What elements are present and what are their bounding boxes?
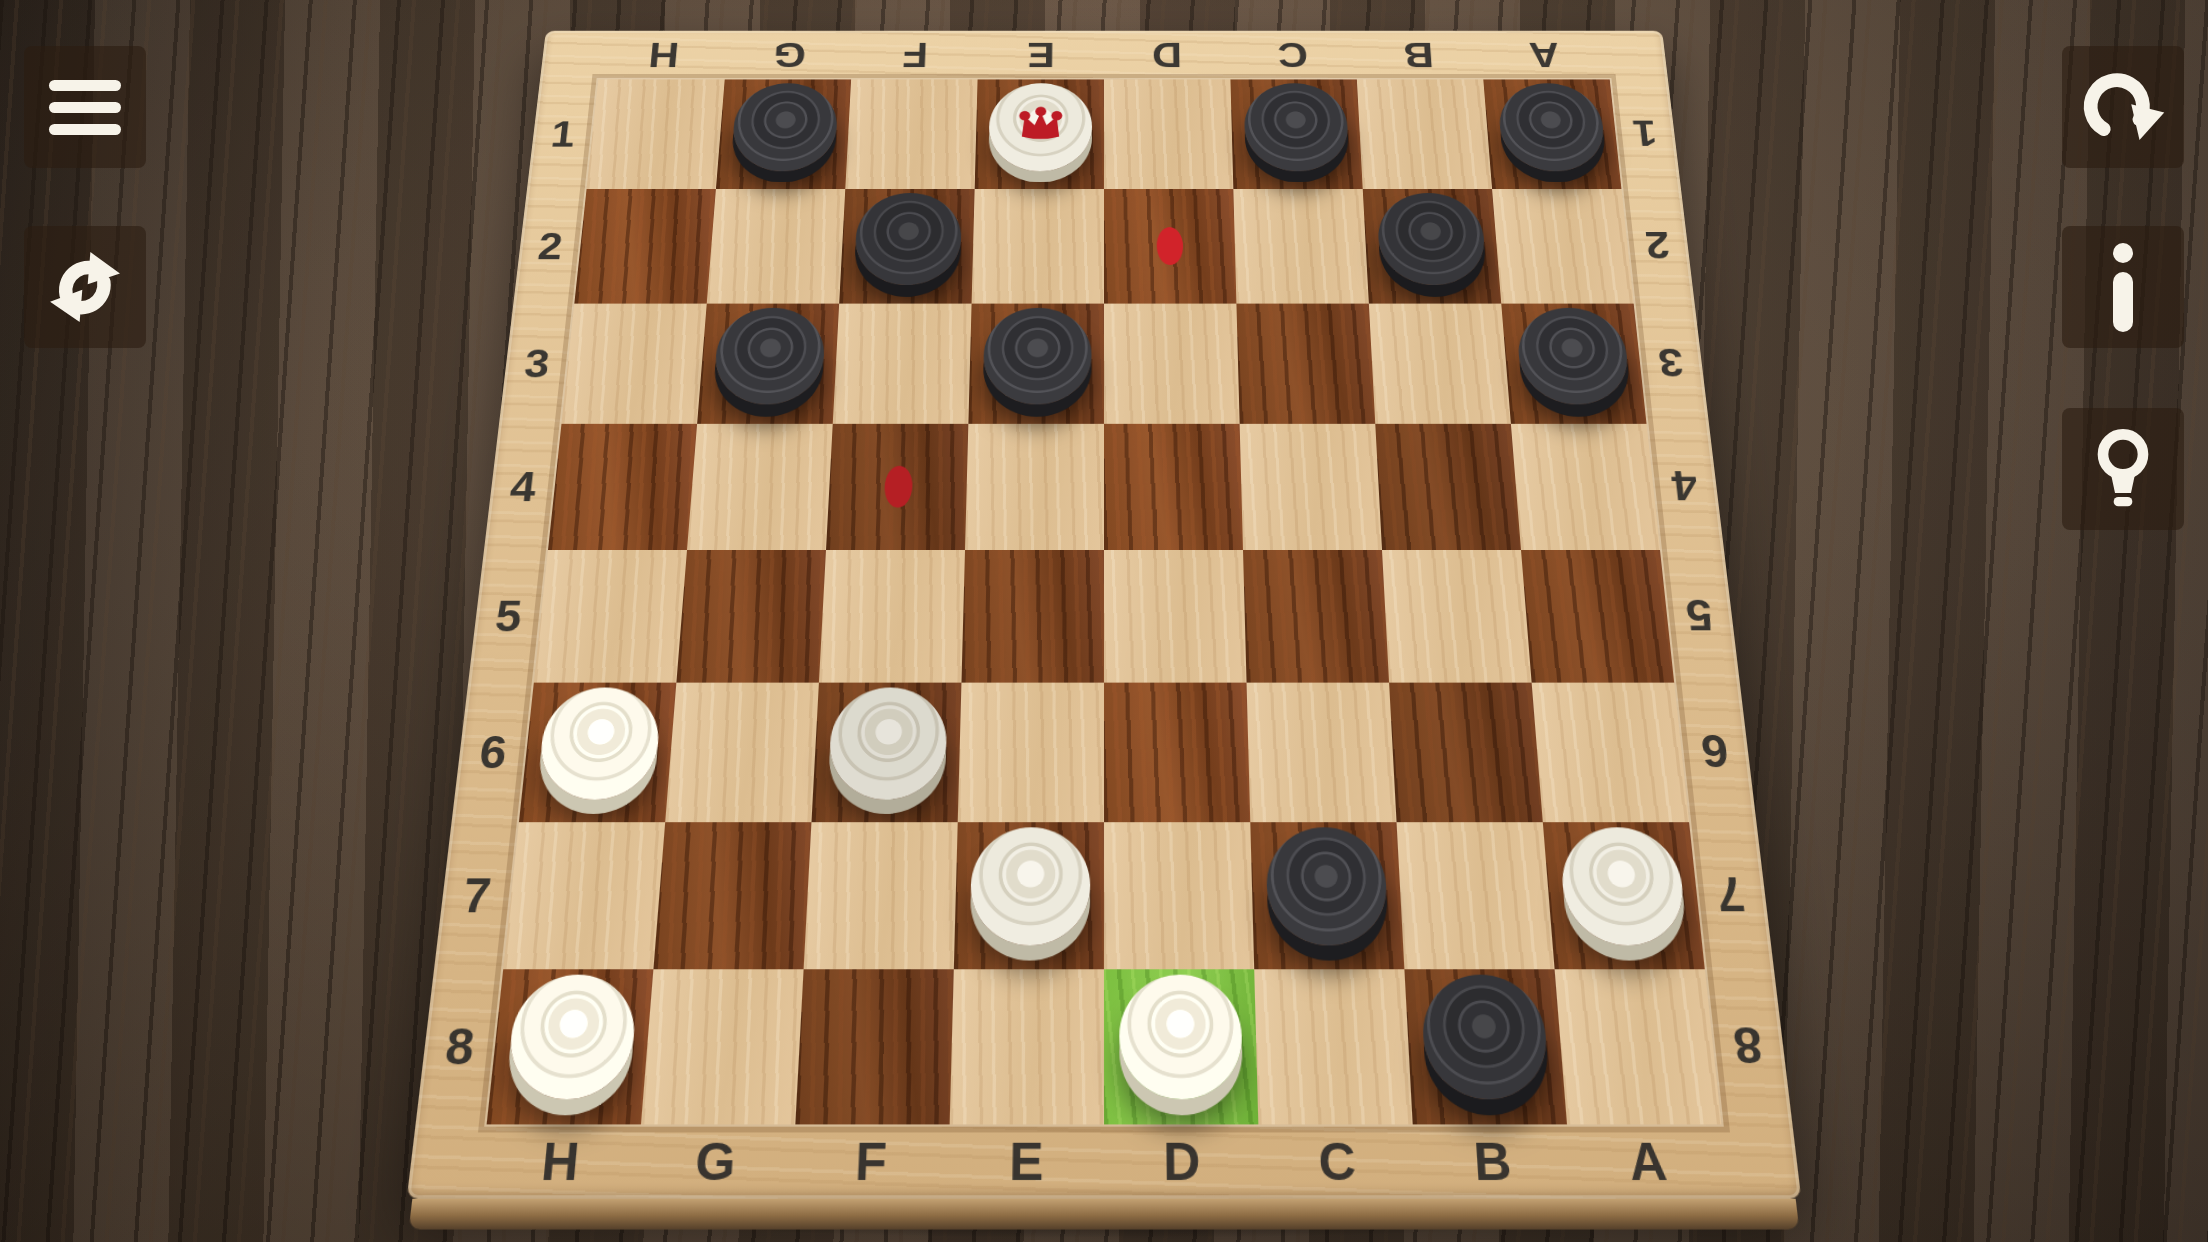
square-E8[interactable] bbox=[950, 969, 1104, 1124]
file-label-top-A: A bbox=[1479, 31, 1609, 80]
info-icon bbox=[2113, 243, 2133, 332]
lightbulb-icon bbox=[2091, 426, 2155, 512]
rotate-sync-icon bbox=[42, 244, 128, 330]
square-H4[interactable] bbox=[548, 424, 697, 550]
square-D8[interactable] bbox=[1104, 969, 1258, 1124]
square-C2[interactable] bbox=[1233, 189, 1368, 304]
rank-label-right-4: 4 bbox=[1647, 424, 1724, 550]
square-B7[interactable] bbox=[1397, 822, 1555, 969]
square-H3[interactable] bbox=[561, 304, 706, 424]
square-F3[interactable] bbox=[833, 304, 972, 424]
white-man-E7[interactable] bbox=[969, 828, 1090, 946]
square-G6[interactable] bbox=[665, 683, 819, 823]
file-label-top-E: E bbox=[978, 31, 1104, 80]
black-man-B2[interactable] bbox=[1376, 193, 1487, 285]
square-A7[interactable] bbox=[1543, 822, 1705, 969]
square-E5[interactable] bbox=[961, 550, 1104, 683]
file-label-bottom-F: F bbox=[791, 1124, 949, 1198]
square-G3[interactable] bbox=[697, 304, 839, 424]
white-man-H8[interactable] bbox=[504, 975, 638, 1100]
square-H7[interactable] bbox=[503, 822, 665, 969]
square-C6[interactable] bbox=[1247, 683, 1397, 823]
square-E1[interactable] bbox=[975, 79, 1104, 188]
white-man-D8[interactable] bbox=[1119, 975, 1243, 1100]
square-H6[interactable] bbox=[519, 683, 676, 823]
square-G7[interactable] bbox=[653, 822, 811, 969]
square-B4[interactable] bbox=[1375, 424, 1521, 550]
square-H1[interactable] bbox=[587, 79, 725, 188]
move-hint-dot-F4[interactable] bbox=[883, 465, 912, 507]
black-man-C7[interactable] bbox=[1265, 828, 1389, 946]
checkers-board: HGFEDCBA HGFEDCBA 12345678 12345678 bbox=[407, 31, 1802, 1199]
file-label-top-H: H bbox=[598, 31, 728, 80]
square-D1[interactable] bbox=[1104, 79, 1233, 188]
app-background: HGFEDCBA HGFEDCBA 12345678 12345678 bbox=[0, 0, 2208, 1242]
info-button[interactable] bbox=[2062, 226, 2184, 348]
square-F6[interactable] bbox=[811, 683, 961, 823]
black-man-E3[interactable] bbox=[982, 308, 1091, 405]
square-E7[interactable] bbox=[954, 822, 1104, 969]
curved-redo-arrow-icon bbox=[2079, 63, 2167, 151]
square-C4[interactable] bbox=[1240, 424, 1382, 550]
square-B2[interactable] bbox=[1363, 189, 1502, 304]
square-D4[interactable] bbox=[1104, 424, 1243, 550]
square-A8[interactable] bbox=[1555, 969, 1722, 1124]
square-H8[interactable] bbox=[487, 969, 654, 1124]
square-E6[interactable] bbox=[958, 683, 1104, 823]
file-label-bottom-B: B bbox=[1413, 1124, 1573, 1198]
king-crown-icon bbox=[988, 80, 1092, 168]
file-label-bottom-A: A bbox=[1567, 1124, 1729, 1198]
square-G5[interactable] bbox=[676, 550, 826, 683]
square-G4[interactable] bbox=[687, 424, 833, 550]
square-H5[interactable] bbox=[534, 550, 687, 683]
square-F8[interactable] bbox=[795, 969, 953, 1124]
file-label-bottom-C: C bbox=[1258, 1124, 1416, 1198]
square-F4[interactable] bbox=[826, 424, 968, 550]
square-D7[interactable] bbox=[1104, 822, 1254, 969]
file-label-bottom-G: G bbox=[635, 1124, 795, 1198]
rank-label-right-3: 3 bbox=[1634, 304, 1709, 424]
file-labels-top: HGFEDCBA bbox=[598, 31, 1609, 80]
file-label-top-G: G bbox=[725, 31, 854, 80]
white-man-H6[interactable] bbox=[535, 688, 662, 800]
black-man-A1[interactable] bbox=[1496, 83, 1607, 171]
file-label-top-C: C bbox=[1229, 31, 1357, 80]
square-F5[interactable] bbox=[819, 550, 965, 683]
file-labels-bottom: HGFEDCBA bbox=[479, 1124, 1730, 1198]
black-man-G1[interactable] bbox=[730, 83, 839, 171]
board-front-edge bbox=[409, 1199, 1800, 1230]
move-hint-dot-D2[interactable] bbox=[1156, 227, 1183, 265]
redo-button[interactable] bbox=[2062, 46, 2184, 168]
file-label-top-F: F bbox=[851, 31, 979, 80]
black-man-F2[interactable] bbox=[853, 193, 962, 285]
white-man-A7[interactable] bbox=[1557, 828, 1687, 946]
square-D5[interactable] bbox=[1104, 550, 1247, 683]
square-B8[interactable] bbox=[1404, 969, 1567, 1124]
square-G2[interactable] bbox=[707, 189, 846, 304]
square-D6[interactable] bbox=[1104, 683, 1250, 823]
file-label-top-B: B bbox=[1354, 31, 1483, 80]
square-E4[interactable] bbox=[965, 424, 1104, 550]
board-grid bbox=[487, 79, 1722, 1124]
hint-button[interactable] bbox=[2062, 408, 2184, 530]
square-E3[interactable] bbox=[968, 304, 1104, 424]
square-B3[interactable] bbox=[1369, 304, 1511, 424]
black-man-A3[interactable] bbox=[1514, 308, 1631, 405]
toolbar-left bbox=[24, 0, 146, 348]
square-B6[interactable] bbox=[1389, 683, 1543, 823]
file-label-bottom-H: H bbox=[479, 1124, 641, 1198]
square-H2[interactable] bbox=[574, 189, 716, 304]
square-E2[interactable] bbox=[972, 189, 1104, 304]
square-C5[interactable] bbox=[1243, 550, 1389, 683]
menu-button[interactable] bbox=[24, 46, 146, 168]
black-man-G3[interactable] bbox=[712, 308, 826, 405]
rotate-board-button[interactable] bbox=[24, 226, 146, 348]
square-F2[interactable] bbox=[839, 189, 974, 304]
square-D3[interactable] bbox=[1104, 304, 1240, 424]
white-man-F6[interactable] bbox=[827, 688, 948, 800]
white-king-E1[interactable] bbox=[988, 83, 1092, 171]
file-label-bottom-D: D bbox=[1104, 1124, 1260, 1198]
black-man-B8[interactable] bbox=[1419, 975, 1550, 1100]
square-C8[interactable] bbox=[1254, 969, 1412, 1124]
black-man-C1[interactable] bbox=[1243, 83, 1349, 171]
square-A6[interactable] bbox=[1532, 683, 1689, 823]
square-A4[interactable] bbox=[1511, 424, 1660, 550]
file-label-bottom-E: E bbox=[948, 1124, 1104, 1198]
square-G1[interactable] bbox=[716, 79, 851, 188]
square-B1[interactable] bbox=[1357, 79, 1492, 188]
square-C1[interactable] bbox=[1230, 79, 1362, 188]
square-C3[interactable] bbox=[1236, 304, 1375, 424]
square-A3[interactable] bbox=[1501, 304, 1646, 424]
square-D2[interactable] bbox=[1104, 189, 1236, 304]
file-label-top-D: D bbox=[1104, 31, 1230, 80]
square-A5[interactable] bbox=[1521, 550, 1674, 683]
toolbar-right bbox=[2062, 0, 2184, 530]
square-B5[interactable] bbox=[1382, 550, 1532, 683]
rank-label-right-1: 1 bbox=[1610, 79, 1681, 188]
square-F1[interactable] bbox=[845, 79, 977, 188]
square-A2[interactable] bbox=[1492, 189, 1634, 304]
square-A1[interactable] bbox=[1483, 79, 1621, 188]
square-C7[interactable] bbox=[1250, 822, 1404, 969]
square-G8[interactable] bbox=[641, 969, 804, 1124]
square-F7[interactable] bbox=[804, 822, 958, 969]
rank-label-right-2: 2 bbox=[1621, 189, 1694, 304]
hamburger-icon bbox=[49, 80, 121, 135]
